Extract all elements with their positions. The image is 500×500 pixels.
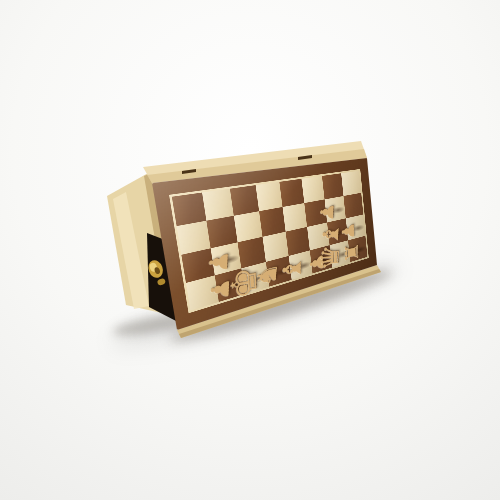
white-queen-piece: ♛ [317,244,343,272]
white-pawn-piece: ♟ [318,202,337,221]
white-pawn-piece: ♟ [340,221,357,241]
white-rook-piece: ♜ [343,241,362,264]
product-photo-stage: ♟♟♝♟♟♚♞♝♟♛♜ [0,0,500,500]
white-bishop-piece: ♝ [279,255,304,283]
